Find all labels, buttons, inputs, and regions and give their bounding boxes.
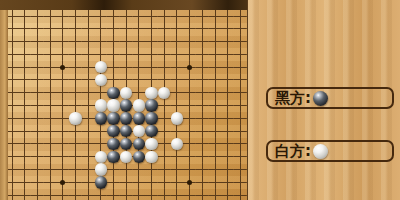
board-cell-r7c1[interactable] <box>18 99 31 112</box>
board-cell-r7c17[interactable] <box>221 99 234 112</box>
board-cell-r10c1[interactable] <box>18 138 31 151</box>
board-cell-r2c4[interactable] <box>56 35 69 48</box>
black-player-box: 黑方: <box>266 87 394 109</box>
board-cell-r6c13[interactable] <box>171 86 184 99</box>
board-cell-r6c1[interactable] <box>18 86 31 99</box>
board-cell-r5c9[interactable] <box>120 74 133 87</box>
board-cell-r8c8[interactable] <box>107 112 120 125</box>
board-cell-r4c9[interactable] <box>120 61 133 74</box>
board-cell-r12c11[interactable] <box>145 163 158 176</box>
board-cell-r14c3[interactable] <box>44 189 57 200</box>
board-cell-r6c7[interactable] <box>94 86 107 99</box>
board-cell-r11c11[interactable] <box>145 150 158 163</box>
white-stone <box>145 87 157 99</box>
board-cell-r6c18[interactable] <box>234 86 247 99</box>
board-cell-r0c15[interactable] <box>196 10 209 22</box>
board-cell-r10c10[interactable] <box>133 138 146 151</box>
board-cell-r5c4[interactable] <box>56 74 69 87</box>
board-cell-r11c0[interactable] <box>8 150 18 163</box>
board-cell-r10c3[interactable] <box>44 138 57 151</box>
board-cell-r12c16[interactable] <box>209 163 222 176</box>
board-cell-r7c6[interactable] <box>82 99 95 112</box>
board-cell-r9c12[interactable] <box>158 125 171 138</box>
board-cell-r9c15[interactable] <box>196 125 209 138</box>
board-cell-r8c17[interactable] <box>221 112 234 125</box>
board-cell-r11c3[interactable] <box>44 150 57 163</box>
board-cell-r3c11[interactable] <box>145 48 158 61</box>
board-cell-r7c15[interactable] <box>196 99 209 112</box>
board-cell-r2c14[interactable] <box>183 35 196 48</box>
board-cell-r5c3[interactable] <box>44 74 57 87</box>
board-cell-r10c7[interactable] <box>94 138 107 151</box>
board-cell-r11c8[interactable] <box>107 150 120 163</box>
board-cell-r2c17[interactable] <box>221 35 234 48</box>
board-cell-r3c13[interactable] <box>171 48 184 61</box>
board-cell-r13c1[interactable] <box>18 176 31 189</box>
board-cell-r9c2[interactable] <box>31 125 44 138</box>
board-cell-r4c0[interactable] <box>8 61 18 74</box>
board-cell-r3c12[interactable] <box>158 48 171 61</box>
board-cell-r3c14[interactable] <box>183 48 196 61</box>
board-cell-r4c7[interactable] <box>94 61 107 74</box>
board-cell-r14c16[interactable] <box>209 189 222 200</box>
board-cell-r13c16[interactable] <box>209 176 222 189</box>
board-cell-r13c5[interactable] <box>69 176 82 189</box>
board-cell-r8c9[interactable] <box>120 112 133 125</box>
board-cell-r11c5[interactable] <box>69 150 82 163</box>
board-cell-r9c11[interactable] <box>145 125 158 138</box>
board-cell-r7c9[interactable] <box>120 99 133 112</box>
board-cell-r11c12[interactable] <box>158 150 171 163</box>
board-cell-r3c16[interactable] <box>209 48 222 61</box>
board-cell-r13c4[interactable] <box>56 176 69 189</box>
board-cell-r13c0[interactable] <box>8 176 18 189</box>
black-stone <box>107 87 119 99</box>
board-cell-r3c6[interactable] <box>82 48 95 61</box>
board-cell-r5c12[interactable] <box>158 74 171 87</box>
board-cell-r9c18[interactable] <box>234 125 247 138</box>
board-cell-r14c18[interactable] <box>234 189 247 200</box>
board-cell-r11c14[interactable] <box>183 150 196 163</box>
board-cell-r10c0[interactable] <box>8 138 18 151</box>
board-cell-r14c2[interactable] <box>31 189 44 200</box>
board-cell-r10c14[interactable] <box>183 138 196 151</box>
board-cell-r0c3[interactable] <box>44 10 57 22</box>
board-cell-r8c14[interactable] <box>183 112 196 125</box>
board-cell-r1c1[interactable] <box>18 22 31 35</box>
board-cell-r0c5[interactable] <box>69 10 82 22</box>
board-cell-r7c11[interactable] <box>145 99 158 112</box>
board-cell-r2c9[interactable] <box>120 35 133 48</box>
board-cell-r14c7[interactable] <box>94 189 107 200</box>
gomoku-board[interactable] <box>8 10 247 200</box>
board-cell-r13c13[interactable] <box>171 176 184 189</box>
board-cell-r3c15[interactable] <box>196 48 209 61</box>
board-cell-r3c1[interactable] <box>18 48 31 61</box>
board-cell-r0c0[interactable] <box>8 10 18 22</box>
board-cell-r3c7[interactable] <box>94 48 107 61</box>
board-cell-r5c6[interactable] <box>82 74 95 87</box>
board-cell-r0c8[interactable] <box>107 10 120 22</box>
white-stone <box>133 125 145 137</box>
white-player-label: 白方: <box>275 142 311 161</box>
board-cell-r5c18[interactable] <box>234 74 247 87</box>
board-cell-r8c3[interactable] <box>44 112 57 125</box>
board-cell-r13c8[interactable] <box>107 176 120 189</box>
board-cell-r7c10[interactable] <box>133 99 146 112</box>
board-cell-r11c4[interactable] <box>56 150 69 163</box>
board-cell-r1c12[interactable] <box>158 22 171 35</box>
board-cell-r13c7[interactable] <box>94 176 107 189</box>
board-cell-r14c11[interactable] <box>145 189 158 200</box>
board-cell-r12c1[interactable] <box>18 163 31 176</box>
board-cell-r1c5[interactable] <box>69 22 82 35</box>
board-cell-r14c10[interactable] <box>133 189 146 200</box>
board-cell-r14c8[interactable] <box>107 189 120 200</box>
board-cell-r14c6[interactable] <box>82 189 95 200</box>
board-cell-r1c9[interactable] <box>120 22 133 35</box>
board-cell-r9c4[interactable] <box>56 125 69 138</box>
board-cell-r4c5[interactable] <box>69 61 82 74</box>
board-cell-r2c5[interactable] <box>69 35 82 48</box>
board-cell-r2c1[interactable] <box>18 35 31 48</box>
board-cell-r5c11[interactable] <box>145 74 158 87</box>
board-cell-r13c6[interactable] <box>82 176 95 189</box>
board-cell-r12c5[interactable] <box>69 163 82 176</box>
board-cell-r5c16[interactable] <box>209 74 222 87</box>
board-cell-r12c15[interactable] <box>196 163 209 176</box>
board-cell-r11c1[interactable] <box>18 150 31 163</box>
board-cell-r2c11[interactable] <box>145 35 158 48</box>
board-cell-r7c5[interactable] <box>69 99 82 112</box>
board-cell-r2c15[interactable] <box>196 35 209 48</box>
board-cell-r4c12[interactable] <box>158 61 171 74</box>
board-cell-r3c3[interactable] <box>44 48 57 61</box>
board-cell-r12c0[interactable] <box>8 163 18 176</box>
board-cell-r14c1[interactable] <box>18 189 31 200</box>
board-cell-r14c14[interactable] <box>183 189 196 200</box>
board-cell-r7c16[interactable] <box>209 99 222 112</box>
board-cell-r7c2[interactable] <box>31 99 44 112</box>
black-stone <box>133 112 145 124</box>
board-cell-r4c17[interactable] <box>221 61 234 74</box>
board-cell-r11c17[interactable] <box>221 150 234 163</box>
board-cell-r2c16[interactable] <box>209 35 222 48</box>
board-cell-r13c11[interactable] <box>145 176 158 189</box>
board-cell-r11c16[interactable] <box>209 150 222 163</box>
board-cell-r3c4[interactable] <box>56 48 69 61</box>
board-cell-r10c11[interactable] <box>145 138 158 151</box>
board-cell-r6c15[interactable] <box>196 86 209 99</box>
board-cell-r10c16[interactable] <box>209 138 222 151</box>
white-stone <box>145 138 157 150</box>
board-cell-r0c11[interactable] <box>145 10 158 22</box>
board-cell-r12c2[interactable] <box>31 163 44 176</box>
black-stone <box>120 112 132 124</box>
board-cell-r1c7[interactable] <box>94 22 107 35</box>
board-cell-r2c10[interactable] <box>133 35 146 48</box>
board-cell-r11c15[interactable] <box>196 150 209 163</box>
board-cell-r1c17[interactable] <box>221 22 234 35</box>
board-cell-r4c14[interactable] <box>183 61 196 74</box>
board-cell-r6c12[interactable] <box>158 86 171 99</box>
board-cell-r6c4[interactable] <box>56 86 69 99</box>
board-cell-r9c1[interactable] <box>18 125 31 138</box>
board-cell-r13c2[interactable] <box>31 176 44 189</box>
board-cell-r12c3[interactable] <box>44 163 57 176</box>
board-cell-r2c0[interactable] <box>8 35 18 48</box>
board-cell-r7c3[interactable] <box>44 99 57 112</box>
board-cell-r12c18[interactable] <box>234 163 247 176</box>
board-cell-r1c13[interactable] <box>171 22 184 35</box>
board-cell-r13c10[interactable] <box>133 176 146 189</box>
board-cell-r10c4[interactable] <box>56 138 69 151</box>
board-cell-r1c8[interactable] <box>107 22 120 35</box>
board-cell-r2c12[interactable] <box>158 35 171 48</box>
board-cell-r4c16[interactable] <box>209 61 222 74</box>
board-cell-r11c7[interactable] <box>94 150 107 163</box>
board-cell-r4c10[interactable] <box>133 61 146 74</box>
board-cell-r6c2[interactable] <box>31 86 44 99</box>
board-cell-r14c4[interactable] <box>56 189 69 200</box>
board-cell-r4c4[interactable] <box>56 61 69 74</box>
board-cell-r1c0[interactable] <box>8 22 18 35</box>
board-cell-r6c8[interactable] <box>107 86 120 99</box>
board-cell-r4c6[interactable] <box>82 61 95 74</box>
board-cell-r10c15[interactable] <box>196 138 209 151</box>
board-cell-r13c18[interactable] <box>234 176 247 189</box>
board-cell-r1c3[interactable] <box>44 22 57 35</box>
board-cell-r5c7[interactable] <box>94 74 107 87</box>
board-cell-r3c8[interactable] <box>107 48 120 61</box>
board-cell-r5c13[interactable] <box>171 74 184 87</box>
board-cell-r5c15[interactable] <box>196 74 209 87</box>
board-cell-r12c6[interactable] <box>82 163 95 176</box>
board-cell-r0c12[interactable] <box>158 10 171 22</box>
board-cell-r10c13[interactable] <box>171 138 184 151</box>
board-cell-r12c14[interactable] <box>183 163 196 176</box>
board-cell-r13c17[interactable] <box>221 176 234 189</box>
board-cell-r4c18[interactable] <box>234 61 247 74</box>
board-cell-r6c16[interactable] <box>209 86 222 99</box>
board-cell-r0c14[interactable] <box>183 10 196 22</box>
board-cell-r3c9[interactable] <box>120 48 133 61</box>
board-cell-r9c8[interactable] <box>107 125 120 138</box>
board-cell-r6c10[interactable] <box>133 86 146 99</box>
board-cell-r5c8[interactable] <box>107 74 120 87</box>
board-cell-r4c11[interactable] <box>145 61 158 74</box>
board-cell-r12c17[interactable] <box>221 163 234 176</box>
board-cell-r13c15[interactable] <box>196 176 209 189</box>
board-cell-r6c17[interactable] <box>221 86 234 99</box>
board-cell-r7c14[interactable] <box>183 99 196 112</box>
board-cell-r1c14[interactable] <box>183 22 196 35</box>
board-cell-r14c17[interactable] <box>221 189 234 200</box>
board-cell-r11c6[interactable] <box>82 150 95 163</box>
board-cell-r4c8[interactable] <box>107 61 120 74</box>
board-cell-r2c18[interactable] <box>234 35 247 48</box>
board-cell-r2c6[interactable] <box>82 35 95 48</box>
board-cell-r5c17[interactable] <box>221 74 234 87</box>
board-cell-r8c18[interactable] <box>234 112 247 125</box>
board-cell-r6c11[interactable] <box>145 86 158 99</box>
board-cell-r0c10[interactable] <box>133 10 146 22</box>
board-cell-r6c0[interactable] <box>8 86 18 99</box>
board-cell-r9c17[interactable] <box>221 125 234 138</box>
board-cell-r4c15[interactable] <box>196 61 209 74</box>
board-cell-r9c10[interactable] <box>133 125 146 138</box>
board-cell-r9c9[interactable] <box>120 125 133 138</box>
board-cell-r14c5[interactable] <box>69 189 82 200</box>
board-cell-r10c2[interactable] <box>31 138 44 151</box>
board-cell-r13c9[interactable] <box>120 176 133 189</box>
board-cell-r14c0[interactable] <box>8 189 18 200</box>
board-cell-r9c14[interactable] <box>183 125 196 138</box>
board-cell-r0c4[interactable] <box>56 10 69 22</box>
board-cell-r2c8[interactable] <box>107 35 120 48</box>
board-cell-r3c17[interactable] <box>221 48 234 61</box>
board-cell-r9c3[interactable] <box>44 125 57 138</box>
board-cell-r10c12[interactable] <box>158 138 171 151</box>
board-cell-r6c14[interactable] <box>183 86 196 99</box>
board-cell-r2c3[interactable] <box>44 35 57 48</box>
board-cell-r10c9[interactable] <box>120 138 133 151</box>
board-cell-r0c7[interactable] <box>94 10 107 22</box>
board-cell-r11c9[interactable] <box>120 150 133 163</box>
board-cell-r3c5[interactable] <box>69 48 82 61</box>
board-cell-r8c13[interactable] <box>171 112 184 125</box>
board-cell-r2c13[interactable] <box>171 35 184 48</box>
board-cell-r8c15[interactable] <box>196 112 209 125</box>
board-cell-r14c13[interactable] <box>171 189 184 200</box>
board-cell-r5c1[interactable] <box>18 74 31 87</box>
board-cell-r6c5[interactable] <box>69 86 82 99</box>
board-cell-r9c16[interactable] <box>209 125 222 138</box>
black-stone <box>95 176 107 188</box>
board-cell-r12c10[interactable] <box>133 163 146 176</box>
board-cell-r3c2[interactable] <box>31 48 44 61</box>
board-cell-r11c10[interactable] <box>133 150 146 163</box>
board-cell-r7c18[interactable] <box>234 99 247 112</box>
board-cell-r8c16[interactable] <box>209 112 222 125</box>
board-cell-r12c12[interactable] <box>158 163 171 176</box>
board-cell-r8c12[interactable] <box>158 112 171 125</box>
board-cell-r2c7[interactable] <box>94 35 107 48</box>
board-cell-r9c0[interactable] <box>8 125 18 138</box>
board-cell-r8c0[interactable] <box>8 112 18 125</box>
board-cell-r1c11[interactable] <box>145 22 158 35</box>
board-cell-r14c9[interactable] <box>120 189 133 200</box>
board-cell-r12c8[interactable] <box>107 163 120 176</box>
board-cell-r13c3[interactable] <box>44 176 57 189</box>
board-cell-r8c6[interactable] <box>82 112 95 125</box>
board-cell-r0c13[interactable] <box>171 10 184 22</box>
board-cell-r4c1[interactable] <box>18 61 31 74</box>
board-cell-r7c7[interactable] <box>94 99 107 112</box>
board-cell-r0c1[interactable] <box>18 10 31 22</box>
board-cell-r1c10[interactable] <box>133 22 146 35</box>
board-cell-r7c0[interactable] <box>8 99 18 112</box>
board-cell-r1c6[interactable] <box>82 22 95 35</box>
board-cell-r0c6[interactable] <box>82 10 95 22</box>
board-cell-r4c13[interactable] <box>171 61 184 74</box>
board-cell-r1c4[interactable] <box>56 22 69 35</box>
board-cell-r8c7[interactable] <box>94 112 107 125</box>
board-cell-r7c4[interactable] <box>56 99 69 112</box>
board-cell-r3c0[interactable] <box>8 48 18 61</box>
white-stone <box>120 87 132 99</box>
board-cell-r7c13[interactable] <box>171 99 184 112</box>
board-cell-r0c16[interactable] <box>209 10 222 22</box>
board-cell-r5c2[interactable] <box>31 74 44 87</box>
board-cell-r8c10[interactable] <box>133 112 146 125</box>
board-cell-r11c2[interactable] <box>31 150 44 163</box>
board-cell-r0c9[interactable] <box>120 10 133 22</box>
board-cell-r6c9[interactable] <box>120 86 133 99</box>
board-cell-r12c4[interactable] <box>56 163 69 176</box>
board-cell-r4c2[interactable] <box>31 61 44 74</box>
board-cell-r10c6[interactable] <box>82 138 95 151</box>
board-cell-r13c14[interactable] <box>183 176 196 189</box>
board-cell-r9c7[interactable] <box>94 125 107 138</box>
board-cell-r8c2[interactable] <box>31 112 44 125</box>
board-cell-r11c13[interactable] <box>171 150 184 163</box>
board-cell-r12c9[interactable] <box>120 163 133 176</box>
board-cell-r7c12[interactable] <box>158 99 171 112</box>
board-cell-r8c5[interactable] <box>69 112 82 125</box>
board-cell-r5c14[interactable] <box>183 74 196 87</box>
board-cell-r2c2[interactable] <box>31 35 44 48</box>
board-cell-r1c2[interactable] <box>31 22 44 35</box>
board-cell-r8c1[interactable] <box>18 112 31 125</box>
board-cell-r13c12[interactable] <box>158 176 171 189</box>
board-cell-r12c7[interactable] <box>94 163 107 176</box>
black-stone <box>107 138 119 150</box>
board-cell-r9c13[interactable] <box>171 125 184 138</box>
board-cell-r0c18[interactable] <box>234 10 247 22</box>
board-cell-r10c17[interactable] <box>221 138 234 151</box>
board-cell-r3c10[interactable] <box>133 48 146 61</box>
board-cell-r0c2[interactable] <box>31 10 44 22</box>
board-cell-r11c18[interactable] <box>234 150 247 163</box>
board-cell-r1c18[interactable] <box>234 22 247 35</box>
board-grid <box>8 10 247 200</box>
board-cell-r1c16[interactable] <box>209 22 222 35</box>
board-cell-r10c8[interactable] <box>107 138 120 151</box>
board-cell-r5c0[interactable] <box>8 74 18 87</box>
board-cell-r14c15[interactable] <box>196 189 209 200</box>
board-cell-r7c8[interactable] <box>107 99 120 112</box>
board-cell-r4c3[interactable] <box>44 61 57 74</box>
board-cell-r14c12[interactable] <box>158 189 171 200</box>
board-cell-r3c18[interactable] <box>234 48 247 61</box>
white-stone <box>120 151 132 163</box>
board-cell-r8c11[interactable] <box>145 112 158 125</box>
black-stone <box>133 138 145 150</box>
board-cell-r10c5[interactable] <box>69 138 82 151</box>
board-cell-r8c4[interactable] <box>56 112 69 125</box>
board-cell-r9c5[interactable] <box>69 125 82 138</box>
board-cell-r1c15[interactable] <box>196 22 209 35</box>
board-cell-r5c5[interactable] <box>69 74 82 87</box>
board-cell-r0c17[interactable] <box>221 10 234 22</box>
board-cell-r5c10[interactable] <box>133 74 146 87</box>
board-cell-r6c3[interactable] <box>44 86 57 99</box>
board-cell-r9c6[interactable] <box>82 125 95 138</box>
board-cell-r6c6[interactable] <box>82 86 95 99</box>
board-cell-r10c18[interactable] <box>234 138 247 151</box>
board-cell-r12c13[interactable] <box>171 163 184 176</box>
